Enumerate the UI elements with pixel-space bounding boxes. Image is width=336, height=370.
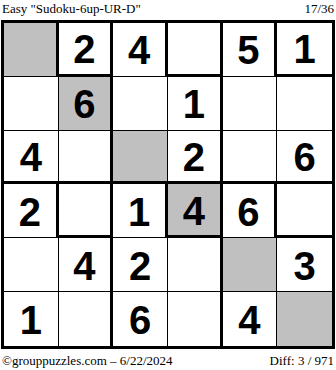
cell-r5c2[interactable]: 4 (59, 238, 114, 292)
copyright-text: ©grouppuzzles.com – 6/22/2024 (2, 353, 173, 369)
cell-r6c6[interactable] (277, 292, 332, 346)
cell-r3c3[interactable] (113, 131, 168, 185)
cell-r5c5[interactable] (223, 238, 278, 292)
cell-r3c5[interactable] (223, 131, 278, 185)
cell-r6c3[interactable]: 6 (113, 292, 168, 346)
given-digit: 4 (73, 246, 95, 286)
given-digit: 1 (128, 192, 150, 232)
cell-r4c4[interactable]: 4 (168, 184, 223, 238)
given-digit: 6 (237, 192, 259, 232)
cell-r4c5[interactable]: 6 (223, 184, 278, 238)
given-digit: 4 (238, 300, 260, 340)
cell-r1c2[interactable]: 2 (59, 23, 114, 77)
cell-r2c6[interactable] (277, 77, 332, 131)
cell-r4c6[interactable] (277, 184, 332, 238)
cell-r5c4[interactable] (168, 238, 223, 292)
cell-r3c4[interactable]: 2 (168, 131, 223, 185)
cell-r2c1[interactable] (4, 77, 59, 131)
difficulty-text: Diff: 3 / 971 (270, 353, 334, 369)
cell-r3c1[interactable]: 4 (4, 131, 59, 185)
given-digit: 5 (237, 30, 259, 70)
given-digit: 2 (19, 192, 41, 232)
given-digit: 2 (73, 29, 95, 69)
cell-r6c1[interactable]: 1 (4, 292, 59, 346)
cell-r5c3[interactable]: 2 (113, 238, 168, 292)
cell-r5c1[interactable] (4, 238, 59, 292)
cell-r1c1[interactable] (4, 23, 59, 77)
cell-r6c4[interactable] (168, 292, 223, 346)
puzzle-page: Easy "Sudoku-6up-UR-D" 17/36 24516142621… (0, 0, 336, 370)
cell-r1c3[interactable]: 4 (113, 23, 168, 77)
cell-r5c6[interactable]: 3 (277, 238, 332, 292)
cell-r6c5[interactable]: 4 (223, 292, 278, 346)
given-digit: 3 (294, 246, 316, 286)
sudoku-board: 2451614262146423164 (1, 20, 335, 349)
given-digit: 1 (183, 84, 205, 124)
cell-r2c5[interactable] (223, 77, 278, 131)
cell-r1c6[interactable]: 1 (277, 23, 332, 77)
given-digit: 2 (129, 246, 151, 286)
cell-r4c3[interactable]: 1 (113, 184, 168, 238)
cell-r2c4[interactable]: 1 (168, 77, 223, 131)
cell-r1c4[interactable] (168, 23, 223, 77)
cell-r2c3[interactable] (113, 77, 168, 131)
empty-cell-counter: 17/36 (304, 1, 334, 17)
given-digit: 1 (20, 300, 42, 340)
cell-r4c1[interactable]: 2 (4, 184, 59, 238)
cell-r2c2[interactable]: 6 (59, 77, 114, 131)
given-digit: 4 (20, 137, 42, 177)
given-digit: 6 (129, 300, 151, 340)
given-digit: 1 (294, 29, 316, 69)
cell-r6c2[interactable] (59, 292, 114, 346)
given-digit: 6 (294, 137, 316, 177)
given-digit: 2 (183, 137, 205, 177)
cell-r1c5[interactable]: 5 (223, 23, 278, 77)
given-digit: 4 (128, 30, 150, 70)
cell-r3c6[interactable]: 6 (277, 131, 332, 185)
given-digit: 6 (73, 84, 95, 124)
cell-r4c2[interactable] (59, 184, 114, 238)
cell-r3c2[interactable] (59, 131, 114, 185)
puzzle-title: Easy "Sudoku-6up-UR-D" (2, 1, 141, 17)
given-digit: 4 (183, 191, 205, 231)
